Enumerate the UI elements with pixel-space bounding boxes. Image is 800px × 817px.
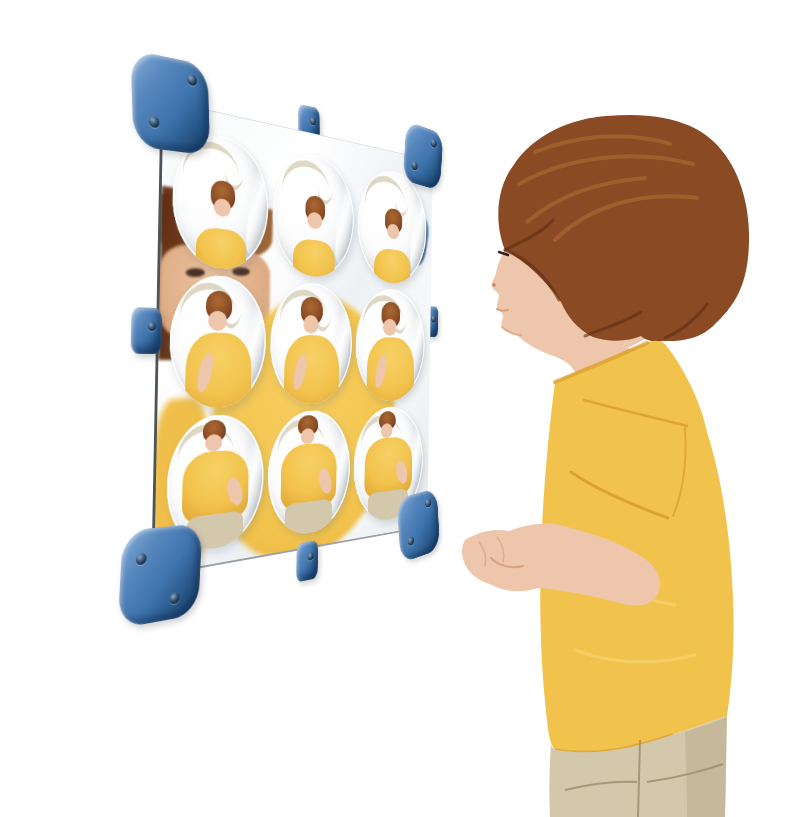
edge-clip-bottom: [296, 540, 318, 583]
screw-icon: [136, 553, 147, 566]
dome-reflected-boy: [272, 147, 355, 279]
screw-icon: [425, 498, 432, 508]
reflected-face: [209, 311, 228, 332]
convex-dome-mirror: [355, 286, 426, 402]
convex-dome-mirror: [169, 272, 268, 410]
dome-reflected-boy: [270, 280, 353, 406]
reflected-shirt: [292, 237, 335, 279]
edge-clip-left: [131, 307, 162, 354]
screw-icon: [169, 592, 180, 605]
dome-grid: [166, 127, 427, 557]
pants-shadow: [685, 717, 727, 817]
reflected-face: [303, 315, 319, 334]
screw-icon: [149, 116, 160, 129]
dome-reflected-boy: [355, 286, 426, 402]
screw-icon: [187, 74, 197, 87]
product-photo-scene: [0, 0, 800, 817]
reflected-shirt: [185, 332, 252, 410]
reflected-shirt: [366, 337, 414, 403]
corner-mount-bottom-right: [397, 488, 441, 563]
reflected-face: [383, 319, 396, 336]
reflected-face: [205, 434, 222, 452]
screw-icon: [310, 117, 316, 126]
convex-dome-mirror: [270, 280, 353, 406]
bubble-mirror-panel: [151, 99, 433, 577]
reflected-face: [381, 423, 393, 438]
screw-icon: [308, 552, 315, 561]
corner-mount-bottom-left: [118, 523, 203, 629]
nostril: [492, 283, 496, 287]
reflected-face: [300, 428, 314, 445]
reflected-shirt: [374, 247, 410, 285]
convex-dome-mirror: [272, 147, 355, 279]
reflected-shirt: [196, 226, 247, 272]
dome-reflected-boy: [267, 409, 350, 539]
mirror-glass: [151, 99, 433, 577]
screw-icon: [408, 536, 415, 547]
screw-icon: [148, 322, 157, 331]
reflected-shirt: [283, 334, 339, 406]
child-figure: [435, 90, 800, 817]
corner-mount-top-left: [131, 50, 211, 156]
dome-reflected-boy: [169, 272, 268, 410]
convex-dome-mirror: [267, 409, 350, 539]
screw-icon: [411, 161, 418, 171]
